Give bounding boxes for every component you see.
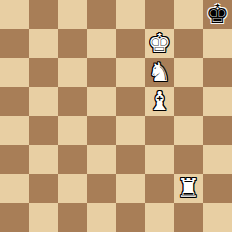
square-a8[interactable] [0,0,29,29]
square-a6[interactable] [0,58,29,87]
white-bishop[interactable]: ♝ [148,88,171,114]
square-c5[interactable] [58,87,87,116]
square-e3[interactable] [116,145,145,174]
square-b5[interactable] [29,87,58,116]
square-a1[interactable] [0,203,29,232]
square-e7[interactable] [116,29,145,58]
square-c8[interactable] [58,0,87,29]
square-b3[interactable] [29,145,58,174]
square-f3[interactable] [145,145,174,174]
square-e8[interactable] [116,0,145,29]
square-h7[interactable] [203,29,232,58]
square-g8[interactable] [174,0,203,29]
square-c4[interactable] [58,116,87,145]
square-g7[interactable] [174,29,203,58]
square-f4[interactable] [145,116,174,145]
square-h1[interactable] [203,203,232,232]
square-b2[interactable] [29,174,58,203]
square-c3[interactable] [58,145,87,174]
square-b7[interactable] [29,29,58,58]
square-d5[interactable] [87,87,116,116]
square-a4[interactable] [0,116,29,145]
white-king[interactable]: ♚ [148,30,171,56]
square-d6[interactable] [87,58,116,87]
square-a3[interactable] [0,145,29,174]
square-f5[interactable]: ♝ [145,87,174,116]
square-h2[interactable] [203,174,232,203]
square-f8[interactable] [145,0,174,29]
white-rook[interactable]: ♜ [177,175,200,201]
square-a2[interactable] [0,174,29,203]
square-h3[interactable] [203,145,232,174]
square-b8[interactable] [29,0,58,29]
square-g5[interactable] [174,87,203,116]
square-c7[interactable] [58,29,87,58]
square-h5[interactable] [203,87,232,116]
square-f6[interactable]: ♞ [145,58,174,87]
black-king[interactable]: ♚ [206,1,229,27]
square-h4[interactable] [203,116,232,145]
square-d4[interactable] [87,116,116,145]
square-f2[interactable] [145,174,174,203]
square-a7[interactable] [0,29,29,58]
square-d1[interactable] [87,203,116,232]
square-d7[interactable] [87,29,116,58]
square-c2[interactable] [58,174,87,203]
square-d8[interactable] [87,0,116,29]
square-b6[interactable] [29,58,58,87]
square-e6[interactable] [116,58,145,87]
square-e4[interactable] [116,116,145,145]
square-b1[interactable] [29,203,58,232]
square-f7[interactable]: ♚ [145,29,174,58]
square-g2[interactable]: ♜ [174,174,203,203]
square-h8[interactable]: ♚ [203,0,232,29]
square-d2[interactable] [87,174,116,203]
square-g1[interactable] [174,203,203,232]
square-g3[interactable] [174,145,203,174]
square-e2[interactable] [116,174,145,203]
square-a5[interactable] [0,87,29,116]
square-d3[interactable] [87,145,116,174]
square-h6[interactable] [203,58,232,87]
square-c6[interactable] [58,58,87,87]
chess-board: ♚♚♞♝♜ [0,0,232,232]
square-g4[interactable] [174,116,203,145]
square-c1[interactable] [58,203,87,232]
white-knight[interactable]: ♞ [148,59,171,85]
square-f1[interactable] [145,203,174,232]
square-b4[interactable] [29,116,58,145]
square-e1[interactable] [116,203,145,232]
square-g6[interactable] [174,58,203,87]
square-e5[interactable] [116,87,145,116]
